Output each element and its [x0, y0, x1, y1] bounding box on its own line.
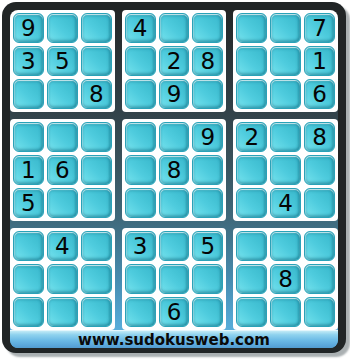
- cell-r6c8[interactable]: 4: [270, 188, 301, 218]
- cell-r6c3[interactable]: [81, 188, 112, 218]
- cell-r7c8[interactable]: [270, 231, 301, 261]
- cell-r1c1[interactable]: 9: [13, 13, 44, 43]
- cell-r3c3[interactable]: 8: [81, 79, 112, 109]
- cell-r8c2[interactable]: [47, 264, 78, 294]
- cell-r1c9[interactable]: 7: [304, 13, 335, 43]
- cell-r9c5[interactable]: 6: [159, 297, 190, 327]
- cell-r4c1[interactable]: [13, 122, 44, 152]
- cell-r6c7[interactable]: [236, 188, 267, 218]
- cell-r5c3[interactable]: [81, 155, 112, 185]
- cell-r7c9[interactable]: [304, 231, 335, 261]
- cell-r2c8[interactable]: [270, 46, 301, 76]
- cell-r2c3[interactable]: [81, 46, 112, 76]
- cell-r9c2[interactable]: [47, 297, 78, 327]
- box-1-2: 4289: [122, 10, 227, 112]
- cell-r3c7[interactable]: [236, 79, 267, 109]
- box-3-2: 356: [122, 228, 227, 330]
- cell-r1c6[interactable]: [192, 13, 223, 43]
- cell-r7c6[interactable]: 5: [192, 231, 223, 261]
- cell-r2c6[interactable]: 8: [192, 46, 223, 76]
- cell-r9c9[interactable]: [304, 297, 335, 327]
- cell-r9c3[interactable]: [81, 297, 112, 327]
- cell-r2c4[interactable]: [125, 46, 156, 76]
- box-2-1: 165: [10, 119, 115, 221]
- cell-r2c1[interactable]: 3: [13, 46, 44, 76]
- board-backdrop: 935842897161659828443568 www.sudokusweb.…: [10, 10, 338, 348]
- cell-r6c1[interactable]: 5: [13, 188, 44, 218]
- cell-r5c9[interactable]: [304, 155, 335, 185]
- cell-r6c5[interactable]: [159, 188, 190, 218]
- cell-r6c6[interactable]: [192, 188, 223, 218]
- box-1-1: 9358: [10, 10, 115, 112]
- cell-r8c9[interactable]: [304, 264, 335, 294]
- cell-r7c7[interactable]: [236, 231, 267, 261]
- cell-r3c1[interactable]: [13, 79, 44, 109]
- cell-r1c8[interactable]: [270, 13, 301, 43]
- cell-r1c5[interactable]: [159, 13, 190, 43]
- cell-r5c4[interactable]: [125, 155, 156, 185]
- cell-r4c9[interactable]: 8: [304, 122, 335, 152]
- cell-r8c6[interactable]: [192, 264, 223, 294]
- cell-r3c5[interactable]: 9: [159, 79, 190, 109]
- sudoku-app-frame: 935842897161659828443568 www.sudokusweb.…: [2, 2, 346, 353]
- cell-r8c4[interactable]: [125, 264, 156, 294]
- cell-r5c7[interactable]: [236, 155, 267, 185]
- cell-r1c3[interactable]: [81, 13, 112, 43]
- cell-r7c4[interactable]: 3: [125, 231, 156, 261]
- cell-r2c7[interactable]: [236, 46, 267, 76]
- cell-r9c8[interactable]: [270, 297, 301, 327]
- cell-r8c3[interactable]: [81, 264, 112, 294]
- cell-r7c2[interactable]: 4: [47, 231, 78, 261]
- cell-r7c1[interactable]: [13, 231, 44, 261]
- cell-r8c5[interactable]: [159, 264, 190, 294]
- cell-r5c1[interactable]: 1: [13, 155, 44, 185]
- cell-r1c4[interactable]: 4: [125, 13, 156, 43]
- cell-r4c4[interactable]: [125, 122, 156, 152]
- cell-r3c2[interactable]: [47, 79, 78, 109]
- box-3-3: 8: [233, 228, 338, 330]
- cell-r1c7[interactable]: [236, 13, 267, 43]
- cell-r6c2[interactable]: [47, 188, 78, 218]
- cell-r9c1[interactable]: [13, 297, 44, 327]
- sudoku-board: 935842897161659828443568: [10, 10, 338, 330]
- box-3-1: 4: [10, 228, 115, 330]
- cell-r5c5[interactable]: 8: [159, 155, 190, 185]
- cell-r8c1[interactable]: [13, 264, 44, 294]
- cell-r7c3[interactable]: [81, 231, 112, 261]
- site-url: www.sudokusweb.com: [78, 331, 270, 349]
- cell-r5c8[interactable]: [270, 155, 301, 185]
- cell-r3c4[interactable]: [125, 79, 156, 109]
- footer-band: www.sudokusweb.com: [10, 330, 338, 348]
- cell-r6c9[interactable]: [304, 188, 335, 218]
- cell-r2c9[interactable]: 1: [304, 46, 335, 76]
- cell-r7c5[interactable]: [159, 231, 190, 261]
- cell-r4c6[interactable]: 9: [192, 122, 223, 152]
- cell-r8c7[interactable]: [236, 264, 267, 294]
- cell-r4c3[interactable]: [81, 122, 112, 152]
- cell-r5c2[interactable]: 6: [47, 155, 78, 185]
- cell-r9c6[interactable]: [192, 297, 223, 327]
- cell-r4c8[interactable]: [270, 122, 301, 152]
- cell-r3c8[interactable]: [270, 79, 301, 109]
- cell-r4c7[interactable]: 2: [236, 122, 267, 152]
- cell-r4c2[interactable]: [47, 122, 78, 152]
- cell-r3c9[interactable]: 6: [304, 79, 335, 109]
- cell-r2c2[interactable]: 5: [47, 46, 78, 76]
- box-1-3: 716: [233, 10, 338, 112]
- cell-r1c2[interactable]: [47, 13, 78, 43]
- cell-r9c4[interactable]: [125, 297, 156, 327]
- box-2-2: 98: [122, 119, 227, 221]
- cell-r3c6[interactable]: [192, 79, 223, 109]
- cell-r8c8[interactable]: 8: [270, 264, 301, 294]
- box-2-3: 284: [233, 119, 338, 221]
- cell-r9c7[interactable]: [236, 297, 267, 327]
- cell-r4c5[interactable]: [159, 122, 190, 152]
- cell-r6c4[interactable]: [125, 188, 156, 218]
- cell-r5c6[interactable]: [192, 155, 223, 185]
- cell-r2c5[interactable]: 2: [159, 46, 190, 76]
